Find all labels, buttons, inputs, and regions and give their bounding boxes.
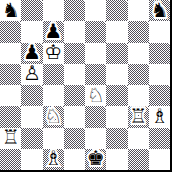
white-king-icon: ♔ xyxy=(44,42,62,63)
square-b2[interactable] xyxy=(21,128,42,149)
square-g5[interactable] xyxy=(128,64,149,85)
black-pawn-icon: ♟ xyxy=(44,21,62,42)
square-e6[interactable] xyxy=(85,43,106,64)
square-h3[interactable]: ♗ xyxy=(149,106,170,127)
piece-white-bishop[interactable]: ♗♗ xyxy=(43,149,64,170)
square-a4[interactable] xyxy=(0,85,21,106)
square-d1[interactable] xyxy=(64,149,85,170)
square-h1[interactable] xyxy=(149,149,170,170)
square-h7[interactable] xyxy=(149,21,170,42)
square-e8[interactable] xyxy=(85,0,106,21)
white-knight-icon: ♘ xyxy=(44,106,62,127)
white-pawn-icon: ♙ xyxy=(23,63,41,84)
square-h8[interactable]: ♞♞ xyxy=(149,0,170,21)
square-d8[interactable] xyxy=(64,0,85,21)
square-g6[interactable] xyxy=(128,43,149,64)
square-f2[interactable] xyxy=(106,128,127,149)
square-d7[interactable] xyxy=(64,21,85,42)
square-a7[interactable] xyxy=(0,21,21,42)
square-e4[interactable]: ♘ xyxy=(85,85,106,106)
piece-white-bishop[interactable]: ♗ xyxy=(149,106,170,127)
square-h2[interactable] xyxy=(149,128,170,149)
square-b1[interactable] xyxy=(21,149,42,170)
piece-white-knight[interactable]: ♘ xyxy=(85,85,106,106)
square-g1[interactable] xyxy=(128,149,149,170)
square-f4[interactable] xyxy=(106,85,127,106)
square-a8[interactable]: ♞ xyxy=(0,0,21,21)
piece-white-rook[interactable]: ♖♖ xyxy=(128,106,149,127)
black-king-icon: ♚ xyxy=(87,148,105,169)
square-d4[interactable] xyxy=(64,85,85,106)
black-pawn-icon: ♟ xyxy=(23,42,41,63)
square-d2[interactable] xyxy=(64,128,85,149)
square-b3[interactable] xyxy=(21,106,42,127)
chess-board: ♞♞♞♟♟♟♟♔♙♘♘♘♖♖♗♖♗♗♚♚ xyxy=(0,0,172,172)
square-h5[interactable] xyxy=(149,64,170,85)
square-b5[interactable]: ♙ xyxy=(21,64,42,85)
square-e7[interactable] xyxy=(85,21,106,42)
square-e1[interactable]: ♚♚ xyxy=(85,149,106,170)
square-g7[interactable] xyxy=(128,21,149,42)
black-knight-icon: ♞ xyxy=(150,0,168,20)
square-a2[interactable]: ♖ xyxy=(0,128,21,149)
square-a6[interactable] xyxy=(0,43,21,64)
piece-white-king[interactable]: ♔ xyxy=(43,43,64,64)
square-a1[interactable] xyxy=(0,149,21,170)
square-f8[interactable] xyxy=(106,0,127,21)
piece-black-knight[interactable]: ♞ xyxy=(0,0,21,21)
black-knight-icon: ♞ xyxy=(2,0,20,20)
white-bishop-icon: ♗ xyxy=(150,106,168,127)
square-f1[interactable] xyxy=(106,149,127,170)
white-bishop-icon: ♗ xyxy=(44,148,62,169)
square-f6[interactable] xyxy=(106,43,127,64)
square-c1[interactable]: ♗♗ xyxy=(43,149,64,170)
square-f3[interactable] xyxy=(106,106,127,127)
white-rook-icon: ♖ xyxy=(2,127,20,148)
square-b4[interactable] xyxy=(21,85,42,106)
square-f5[interactable] xyxy=(106,64,127,85)
square-g3[interactable]: ♖♖ xyxy=(128,106,149,127)
piece-white-pawn[interactable]: ♙ xyxy=(21,64,42,85)
square-h6[interactable] xyxy=(149,43,170,64)
piece-white-rook[interactable]: ♖ xyxy=(0,128,21,149)
square-e3[interactable] xyxy=(85,106,106,127)
square-c5[interactable] xyxy=(43,64,64,85)
square-a5[interactable] xyxy=(0,64,21,85)
square-c3[interactable]: ♘♘ xyxy=(43,106,64,127)
square-d6[interactable] xyxy=(64,43,85,64)
square-d3[interactable] xyxy=(64,106,85,127)
piece-black-king[interactable]: ♚♚ xyxy=(85,149,106,170)
square-f7[interactable] xyxy=(106,21,127,42)
piece-black-knight[interactable]: ♞♞ xyxy=(149,0,170,21)
square-d5[interactable] xyxy=(64,64,85,85)
square-g8[interactable] xyxy=(128,0,149,21)
square-b8[interactable] xyxy=(21,0,42,21)
square-c6[interactable]: ♔ xyxy=(43,43,64,64)
white-rook-icon: ♖ xyxy=(129,106,147,127)
white-knight-icon: ♘ xyxy=(87,84,105,105)
piece-white-knight[interactable]: ♘♘ xyxy=(43,106,64,127)
square-g2[interactable] xyxy=(128,128,149,149)
